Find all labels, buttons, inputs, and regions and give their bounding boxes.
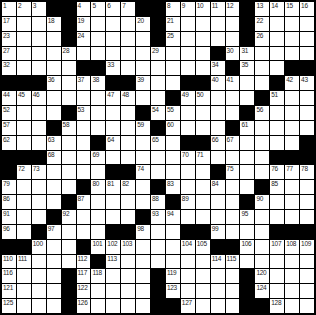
cell[interactable] xyxy=(91,32,105,46)
cell[interactable] xyxy=(166,61,180,75)
cell[interactable] xyxy=(106,17,120,31)
cell[interactable] xyxy=(226,106,240,120)
cell[interactable] xyxy=(47,195,61,209)
cell[interactable] xyxy=(196,284,210,298)
cell[interactable] xyxy=(17,47,31,61)
cell[interactable]: 23 xyxy=(2,32,16,46)
cell[interactable] xyxy=(47,106,61,120)
cell[interactable] xyxy=(106,121,120,135)
cell[interactable]: 92 xyxy=(62,210,76,224)
cell[interactable]: 60 xyxy=(166,121,180,135)
cell[interactable] xyxy=(32,136,46,150)
cell[interactable]: 14 xyxy=(270,2,284,16)
cell[interactable] xyxy=(270,61,284,75)
cell[interactable] xyxy=(121,284,135,298)
cell[interactable] xyxy=(196,255,210,269)
cell[interactable]: 70 xyxy=(181,151,195,165)
cell[interactable] xyxy=(91,47,105,61)
cell[interactable] xyxy=(62,180,76,194)
cell[interactable]: 61 xyxy=(240,121,254,135)
cell[interactable] xyxy=(91,121,105,135)
cell[interactable] xyxy=(255,61,269,75)
cell[interactable] xyxy=(32,61,46,75)
cell[interactable] xyxy=(211,151,225,165)
cell[interactable] xyxy=(91,165,105,179)
cell[interactable] xyxy=(226,269,240,283)
cell[interactable] xyxy=(151,255,165,269)
cell[interactable] xyxy=(32,284,46,298)
cell[interactable] xyxy=(62,76,76,90)
cell[interactable] xyxy=(300,255,314,269)
cell[interactable] xyxy=(32,269,46,283)
cell[interactable] xyxy=(285,195,299,209)
cell[interactable] xyxy=(136,195,150,209)
cell[interactable] xyxy=(17,180,31,194)
cell[interactable]: 80 xyxy=(91,180,105,194)
cell[interactable] xyxy=(196,47,210,61)
cell[interactable] xyxy=(181,284,195,298)
cell[interactable]: 33 xyxy=(106,61,120,75)
cell[interactable]: 87 xyxy=(77,195,91,209)
cell[interactable] xyxy=(240,165,254,179)
cell[interactable] xyxy=(77,136,91,150)
cell[interactable]: 2 xyxy=(17,2,31,16)
cell[interactable] xyxy=(285,121,299,135)
cell[interactable] xyxy=(151,151,165,165)
cell[interactable] xyxy=(47,165,61,179)
cell[interactable] xyxy=(136,240,150,254)
cell[interactable]: 55 xyxy=(166,106,180,120)
cell[interactable]: 57 xyxy=(2,121,16,135)
cell[interactable] xyxy=(136,32,150,46)
cell[interactable] xyxy=(270,136,284,150)
cell[interactable]: 28 xyxy=(62,47,76,61)
cell[interactable] xyxy=(91,91,105,105)
cell[interactable] xyxy=(226,225,240,239)
cell[interactable] xyxy=(285,299,299,313)
cell[interactable] xyxy=(121,61,135,75)
cell[interactable] xyxy=(106,32,120,46)
cell[interactable]: 42 xyxy=(285,76,299,90)
cell[interactable]: 89 xyxy=(181,195,195,209)
cell[interactable] xyxy=(166,165,180,179)
cell[interactable]: 84 xyxy=(211,180,225,194)
cell[interactable] xyxy=(240,151,254,165)
cell[interactable] xyxy=(211,121,225,135)
cell[interactable] xyxy=(196,299,210,313)
cell[interactable] xyxy=(300,106,314,120)
cell[interactable] xyxy=(91,17,105,31)
cell[interactable]: 10 xyxy=(196,2,210,16)
cell[interactable]: 119 xyxy=(166,269,180,283)
cell[interactable] xyxy=(91,210,105,224)
cell[interactable]: 7 xyxy=(121,2,135,16)
cell[interactable]: 101 xyxy=(91,240,105,254)
cell[interactable] xyxy=(121,121,135,135)
cell[interactable]: 114 xyxy=(211,255,225,269)
cell[interactable]: 36 xyxy=(47,76,61,90)
cell[interactable] xyxy=(226,210,240,224)
cell[interactable]: 116 xyxy=(2,269,16,283)
cell[interactable]: 100 xyxy=(32,240,46,254)
cell[interactable] xyxy=(300,210,314,224)
cell[interactable]: 72 xyxy=(17,165,31,179)
cell[interactable] xyxy=(32,210,46,224)
cell[interactable] xyxy=(270,121,284,135)
cell[interactable] xyxy=(255,47,269,61)
cell[interactable] xyxy=(255,240,269,254)
cell[interactable] xyxy=(226,32,240,46)
cell[interactable]: 30 xyxy=(226,47,240,61)
cell[interactable] xyxy=(300,47,314,61)
cell[interactable]: 27 xyxy=(2,47,16,61)
cell[interactable]: 68 xyxy=(47,151,61,165)
cell[interactable]: 90 xyxy=(255,195,269,209)
cell[interactable] xyxy=(106,106,120,120)
cell[interactable] xyxy=(196,210,210,224)
cell[interactable] xyxy=(121,299,135,313)
cell[interactable]: 128 xyxy=(270,299,284,313)
cell[interactable]: 19 xyxy=(77,17,91,31)
cell[interactable] xyxy=(226,299,240,313)
cell[interactable] xyxy=(270,255,284,269)
cell[interactable] xyxy=(17,210,31,224)
cell[interactable] xyxy=(62,255,76,269)
cell[interactable] xyxy=(32,17,46,31)
cell[interactable]: 73 xyxy=(32,165,46,179)
cell[interactable] xyxy=(211,299,225,313)
cell[interactable] xyxy=(226,284,240,298)
cell[interactable] xyxy=(270,17,284,31)
cell[interactable] xyxy=(211,269,225,283)
cell[interactable] xyxy=(77,91,91,105)
cell[interactable]: 121 xyxy=(2,284,16,298)
cell[interactable]: 82 xyxy=(121,180,135,194)
cell[interactable] xyxy=(270,210,284,224)
cell[interactable] xyxy=(106,210,120,224)
cell[interactable] xyxy=(300,195,314,209)
cell[interactable]: 107 xyxy=(270,240,284,254)
cell[interactable] xyxy=(196,195,210,209)
cell[interactable]: 74 xyxy=(136,165,150,179)
cell[interactable] xyxy=(17,269,31,283)
cell[interactable] xyxy=(121,47,135,61)
cell[interactable]: 41 xyxy=(226,76,240,90)
cell[interactable] xyxy=(62,225,76,239)
cell[interactable]: 78 xyxy=(300,165,314,179)
cell[interactable] xyxy=(285,136,299,150)
cell[interactable]: 1 xyxy=(2,2,16,16)
cell[interactable]: 77 xyxy=(285,165,299,179)
cell[interactable] xyxy=(62,165,76,179)
cell[interactable] xyxy=(181,61,195,75)
cell[interactable] xyxy=(151,240,165,254)
cell[interactable] xyxy=(181,165,195,179)
cell[interactable] xyxy=(62,91,76,105)
cell[interactable] xyxy=(285,180,299,194)
cell[interactable] xyxy=(121,255,135,269)
cell[interactable] xyxy=(270,47,284,61)
cell[interactable] xyxy=(77,165,91,179)
cell[interactable]: 15 xyxy=(285,2,299,16)
cell[interactable] xyxy=(196,61,210,75)
cell[interactable]: 93 xyxy=(151,210,165,224)
cell[interactable]: 53 xyxy=(77,106,91,120)
cell[interactable] xyxy=(270,195,284,209)
cell[interactable]: 76 xyxy=(270,165,284,179)
cell[interactable] xyxy=(136,255,150,269)
cell[interactable] xyxy=(211,210,225,224)
cell[interactable] xyxy=(17,121,31,135)
cell[interactable] xyxy=(47,32,61,46)
cell[interactable]: 45 xyxy=(17,91,31,105)
cell[interactable] xyxy=(121,151,135,165)
cell[interactable]: 103 xyxy=(121,240,135,254)
cell[interactable] xyxy=(226,17,240,31)
cell[interactable] xyxy=(91,299,105,313)
cell[interactable] xyxy=(17,61,31,75)
cell[interactable]: 118 xyxy=(91,269,105,283)
cell[interactable] xyxy=(181,269,195,283)
cell[interactable] xyxy=(17,195,31,209)
cell[interactable]: 38 xyxy=(91,76,105,90)
cell[interactable] xyxy=(285,106,299,120)
cell[interactable]: 46 xyxy=(32,91,46,105)
cell[interactable] xyxy=(91,106,105,120)
cell[interactable]: 51 xyxy=(270,91,284,105)
cell[interactable]: 85 xyxy=(270,180,284,194)
cell[interactable] xyxy=(62,136,76,150)
cell[interactable]: 59 xyxy=(136,121,150,135)
cell[interactable] xyxy=(285,284,299,298)
cell[interactable] xyxy=(196,106,210,120)
cell[interactable] xyxy=(121,195,135,209)
cell[interactable] xyxy=(285,32,299,46)
cell[interactable] xyxy=(32,180,46,194)
cell[interactable]: 86 xyxy=(2,195,16,209)
cell[interactable] xyxy=(181,32,195,46)
cell[interactable] xyxy=(255,121,269,135)
cell[interactable]: 49 xyxy=(181,91,195,105)
cell[interactable]: 127 xyxy=(181,299,195,313)
cell[interactable]: 64 xyxy=(106,136,120,150)
cell[interactable]: 48 xyxy=(121,91,135,105)
cell[interactable]: 25 xyxy=(166,32,180,46)
cell[interactable] xyxy=(240,225,254,239)
cell[interactable]: 124 xyxy=(255,284,269,298)
cell[interactable]: 108 xyxy=(285,240,299,254)
cell[interactable] xyxy=(240,136,254,150)
cell[interactable]: 50 xyxy=(196,91,210,105)
cell[interactable] xyxy=(181,17,195,31)
cell[interactable]: 26 xyxy=(255,32,269,46)
cell[interactable] xyxy=(136,61,150,75)
cell[interactable] xyxy=(32,195,46,209)
cell[interactable] xyxy=(285,91,299,105)
cell[interactable] xyxy=(47,255,61,269)
cell[interactable]: 16 xyxy=(300,2,314,16)
cell[interactable] xyxy=(47,284,61,298)
cell[interactable] xyxy=(270,284,284,298)
cell[interactable] xyxy=(300,91,314,105)
cell[interactable]: 71 xyxy=(196,151,210,165)
cell[interactable]: 31 xyxy=(240,47,254,61)
cell[interactable] xyxy=(136,284,150,298)
cell[interactable] xyxy=(47,91,61,105)
cell[interactable]: 94 xyxy=(166,210,180,224)
cell[interactable]: 13 xyxy=(255,2,269,16)
cell[interactable] xyxy=(151,165,165,179)
cell[interactable] xyxy=(196,32,210,46)
cell[interactable] xyxy=(32,47,46,61)
cell[interactable] xyxy=(285,269,299,283)
cell[interactable] xyxy=(91,284,105,298)
cell[interactable] xyxy=(300,269,314,283)
cell[interactable]: 24 xyxy=(77,32,91,46)
cell[interactable] xyxy=(226,180,240,194)
cell[interactable] xyxy=(47,61,61,75)
cell[interactable]: 95 xyxy=(240,210,254,224)
cell[interactable] xyxy=(151,61,165,75)
cell[interactable] xyxy=(255,225,269,239)
cell[interactable]: 40 xyxy=(211,76,225,90)
cell[interactable] xyxy=(270,269,284,283)
cell[interactable] xyxy=(17,136,31,150)
cell[interactable] xyxy=(62,61,76,75)
cell[interactable] xyxy=(91,225,105,239)
cell[interactable]: 98 xyxy=(136,225,150,239)
cell[interactable]: 58 xyxy=(62,121,76,135)
cell[interactable] xyxy=(300,17,314,31)
cell[interactable] xyxy=(121,136,135,150)
cell[interactable] xyxy=(255,255,269,269)
cell[interactable]: 32 xyxy=(2,61,16,75)
cell[interactable]: 37 xyxy=(77,76,91,90)
cell[interactable] xyxy=(136,47,150,61)
cell[interactable]: 20 xyxy=(136,17,150,31)
cell[interactable] xyxy=(285,47,299,61)
cell[interactable]: 117 xyxy=(77,269,91,283)
cell[interactable] xyxy=(17,299,31,313)
cell[interactable] xyxy=(136,91,150,105)
cell[interactable] xyxy=(240,76,254,90)
cell[interactable] xyxy=(240,255,254,269)
cell[interactable] xyxy=(47,240,61,254)
cell[interactable]: 126 xyxy=(77,299,91,313)
cell[interactable]: 102 xyxy=(106,240,120,254)
cell[interactable]: 66 xyxy=(211,136,225,150)
cell[interactable]: 11 xyxy=(211,2,225,16)
cell[interactable] xyxy=(240,180,254,194)
cell[interactable] xyxy=(136,269,150,283)
cell[interactable] xyxy=(226,195,240,209)
cell[interactable] xyxy=(196,17,210,31)
cell[interactable]: 105 xyxy=(196,240,210,254)
cell[interactable] xyxy=(121,210,135,224)
cell[interactable] xyxy=(32,121,46,135)
cell[interactable] xyxy=(300,299,314,313)
cell[interactable] xyxy=(181,255,195,269)
cell[interactable] xyxy=(226,91,240,105)
cell[interactable] xyxy=(211,91,225,105)
cell[interactable] xyxy=(47,299,61,313)
cell[interactable] xyxy=(166,255,180,269)
cell[interactable] xyxy=(181,210,195,224)
cell[interactable] xyxy=(17,284,31,298)
cell[interactable] xyxy=(77,151,91,165)
cell[interactable] xyxy=(17,17,31,31)
cell[interactable] xyxy=(106,269,120,283)
cell[interactable]: 120 xyxy=(255,269,269,283)
cell[interactable]: 115 xyxy=(226,255,240,269)
cell[interactable] xyxy=(166,240,180,254)
cell[interactable] xyxy=(300,121,314,135)
cell[interactable] xyxy=(106,47,120,61)
cell[interactable]: 91 xyxy=(2,210,16,224)
cell[interactable] xyxy=(151,91,165,105)
cell[interactable] xyxy=(136,151,150,165)
cell[interactable] xyxy=(211,284,225,298)
cell[interactable]: 4 xyxy=(77,2,91,16)
cell[interactable] xyxy=(166,136,180,150)
cell[interactable] xyxy=(136,299,150,313)
cell[interactable]: 44 xyxy=(2,91,16,105)
cell[interactable] xyxy=(32,299,46,313)
cell[interactable] xyxy=(255,136,269,150)
cell[interactable]: 35 xyxy=(240,61,254,75)
cell[interactable] xyxy=(106,299,120,313)
cell[interactable] xyxy=(32,255,46,269)
cell[interactable] xyxy=(211,32,225,46)
cell[interactable] xyxy=(77,210,91,224)
cell[interactable] xyxy=(136,180,150,194)
cell[interactable] xyxy=(166,151,180,165)
cell[interactable] xyxy=(77,121,91,135)
cell[interactable]: 39 xyxy=(136,76,150,90)
cell[interactable] xyxy=(166,76,180,90)
cell[interactable]: 43 xyxy=(300,76,314,90)
cell[interactable] xyxy=(285,17,299,31)
cell[interactable]: 18 xyxy=(47,17,61,31)
cell[interactable] xyxy=(181,47,195,61)
cell[interactable] xyxy=(62,151,76,165)
cell[interactable]: 125 xyxy=(2,299,16,313)
cell[interactable]: 52 xyxy=(2,106,16,120)
cell[interactable] xyxy=(300,32,314,46)
cell[interactable] xyxy=(196,180,210,194)
cell[interactable]: 83 xyxy=(166,180,180,194)
cell[interactable] xyxy=(285,255,299,269)
cell[interactable]: 8 xyxy=(166,2,180,16)
cell[interactable]: 104 xyxy=(181,240,195,254)
cell[interactable] xyxy=(240,91,254,105)
cell[interactable] xyxy=(77,225,91,239)
cell[interactable]: 88 xyxy=(151,195,165,209)
cell[interactable]: 22 xyxy=(255,17,269,31)
cell[interactable] xyxy=(121,269,135,283)
cell[interactable]: 106 xyxy=(240,240,254,254)
cell[interactable] xyxy=(255,210,269,224)
cell[interactable] xyxy=(211,106,225,120)
cell[interactable]: 123 xyxy=(166,284,180,298)
cell[interactable] xyxy=(91,195,105,209)
cell[interactable]: 5 xyxy=(91,2,105,16)
cell[interactable] xyxy=(106,195,120,209)
cell[interactable]: 79 xyxy=(2,180,16,194)
cell[interactable]: 29 xyxy=(151,47,165,61)
cell[interactable] xyxy=(255,165,269,179)
cell[interactable] xyxy=(17,32,31,46)
